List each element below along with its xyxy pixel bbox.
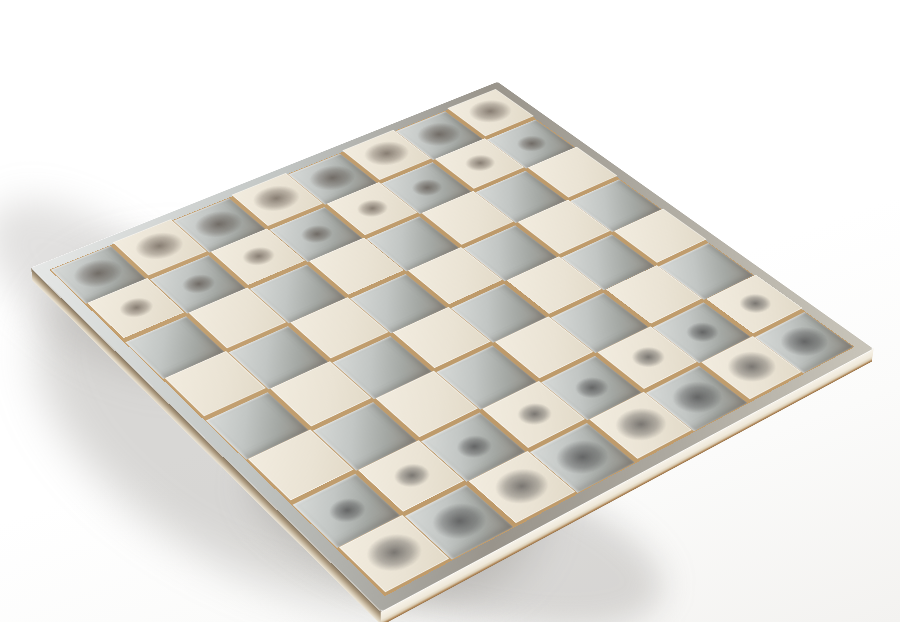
silver-queen-d1[interactable]: ♛ — [565, 394, 621, 466]
wood-pawn-c7[interactable]: ♟ — [246, 205, 286, 263]
silver-rook-h1[interactable]: ♜ — [795, 300, 833, 349]
board-grid: ♜♞♝♛♚♝♞♜♟♟♟♟♟♟♟♟♟♟♟♟♟♟♟♟♜♞♝♛♚♝♞♜ — [49, 90, 854, 596]
wood-bishop-f8[interactable]: ♝ — [370, 87, 421, 161]
silver-pawn-a2[interactable]: ♟ — [336, 467, 376, 519]
wood-pawn-b7[interactable]: ♟ — [185, 232, 226, 291]
scene-3d: ♜♞♝♛♚♝♞♜♟♟♟♟♟♟♟♟♟♟♟♟♟♟♟♟♜♞♝♛♚♝♞♜ — [0, 0, 900, 622]
square-c5[interactable] — [290, 297, 388, 358]
silver-rook-a1[interactable]: ♜ — [382, 506, 425, 562]
silver-bishop-c1[interactable]: ♝ — [508, 432, 557, 495]
silver-pawn-d2[interactable]: ♟ — [524, 373, 562, 422]
silver-pawn-h2[interactable]: ♟ — [746, 264, 782, 310]
wood-pawn-e7[interactable]: ♟ — [361, 158, 400, 215]
chess-board: ♜♞♝♛♚♝♞♜♟♟♟♟♟♟♟♟♟♟♟♟♟♟♟♟♜♞♝♛♚♝♞♜ — [32, 82, 874, 611]
wood-knight-b8[interactable]: ♞ — [142, 178, 194, 254]
silver-pawn-c2[interactable]: ♟ — [463, 405, 502, 455]
product-photo-stage: ♜♞♝♛♚♝♞♜♟♟♟♟♟♟♟♟♟♟♟♟♟♟♟♟♜♞♝♛♚♝♞♜ — [0, 0, 900, 622]
silver-knight-g1[interactable]: ♞ — [740, 317, 784, 375]
wood-bishop-c8[interactable]: ♝ — [201, 155, 254, 232]
wood-pawn-h7[interactable]: ♟ — [521, 96, 558, 150]
silver-bishop-f1[interactable]: ♝ — [684, 346, 730, 406]
wood-pawn-f7[interactable]: ♟ — [416, 138, 454, 194]
wood-pawn-d7[interactable]: ♟ — [304, 183, 344, 241]
silver-pawn-b2[interactable]: ♟ — [401, 433, 441, 484]
silver-king-e1[interactable]: ♚ — [622, 356, 681, 433]
wood-rook-a8[interactable]: ♜ — [84, 217, 128, 281]
silver-knight-b1[interactable]: ♞ — [445, 468, 494, 531]
silver-pawn-g2[interactable]: ♟ — [693, 292, 729, 339]
wood-pawn-g7[interactable]: ♟ — [469, 114, 507, 169]
wood-pawn-a7[interactable]: ♟ — [123, 254, 165, 314]
